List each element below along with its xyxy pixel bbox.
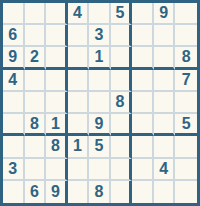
cell-r2c5[interactable]: 3 — [89, 25, 111, 47]
cell-r5c5[interactable] — [89, 92, 111, 114]
cell-r5c7[interactable] — [132, 92, 154, 114]
cell-r6c1[interactable] — [3, 114, 25, 136]
cell-r7c3[interactable]: 8 — [46, 136, 68, 158]
cell-r2c9[interactable] — [175, 25, 197, 47]
cell-r9c9[interactable] — [175, 181, 197, 203]
cell-r3c7[interactable] — [132, 47, 154, 69]
cell-r9c8[interactable] — [154, 181, 176, 203]
cell-r5c3[interactable] — [46, 92, 68, 114]
cell-r1c3[interactable] — [46, 3, 68, 25]
cell-r2c3[interactable] — [46, 25, 68, 47]
cell-r4c8[interactable] — [154, 70, 176, 92]
cell-r1c8[interactable]: 9 — [154, 3, 176, 25]
cell-r1c1[interactable] — [3, 3, 25, 25]
cell-r7c7[interactable] — [132, 136, 154, 158]
cell-r4c7[interactable] — [132, 70, 154, 92]
cell-r1c4[interactable]: 4 — [68, 3, 90, 25]
cell-r6c7[interactable] — [132, 114, 154, 136]
cell-r8c2[interactable] — [25, 159, 47, 181]
cell-r6c4[interactable] — [68, 114, 90, 136]
cell-r5c8[interactable] — [154, 92, 176, 114]
cell-r2c6[interactable] — [111, 25, 133, 47]
cell-r6c5[interactable]: 9 — [89, 114, 111, 136]
cell-r8c4[interactable] — [68, 159, 90, 181]
cell-r5c4[interactable] — [68, 92, 90, 114]
cell-r8c6[interactable] — [111, 159, 133, 181]
cell-r5c1[interactable] — [3, 92, 25, 114]
cell-r4c9[interactable]: 7 — [175, 70, 197, 92]
cell-r7c5[interactable]: 5 — [89, 136, 111, 158]
cell-r7c9[interactable] — [175, 136, 197, 158]
cell-r3c3[interactable] — [46, 47, 68, 69]
cell-r8c9[interactable] — [175, 159, 197, 181]
cell-r6c8[interactable] — [154, 114, 176, 136]
cell-r8c5[interactable] — [89, 159, 111, 181]
cell-r4c4[interactable] — [68, 70, 90, 92]
cell-r8c3[interactable] — [46, 159, 68, 181]
cell-r3c8[interactable] — [154, 47, 176, 69]
cell-r3c6[interactable] — [111, 47, 133, 69]
cell-r7c2[interactable] — [25, 136, 47, 158]
cell-r1c7[interactable] — [132, 3, 154, 25]
cell-r2c8[interactable] — [154, 25, 176, 47]
cell-r4c2[interactable] — [25, 70, 47, 92]
cell-r9c2[interactable]: 6 — [25, 181, 47, 203]
cell-r4c5[interactable] — [89, 70, 111, 92]
cell-r7c1[interactable] — [3, 136, 25, 158]
cell-r4c6[interactable] — [111, 70, 133, 92]
cell-r5c2[interactable] — [25, 92, 47, 114]
cell-r7c4[interactable]: 1 — [68, 136, 90, 158]
cell-r3c4[interactable] — [68, 47, 90, 69]
cell-r3c9[interactable]: 8 — [175, 47, 197, 69]
cell-r9c4[interactable] — [68, 181, 90, 203]
cell-r4c1[interactable]: 4 — [3, 70, 25, 92]
cell-r7c8[interactable] — [154, 136, 176, 158]
cell-r3c1[interactable]: 9 — [3, 47, 25, 69]
sudoku-board: 459639218478819581534698 — [0, 0, 200, 206]
cell-r4c3[interactable] — [46, 70, 68, 92]
cell-r6c2[interactable]: 8 — [25, 114, 47, 136]
cell-r1c2[interactable] — [25, 3, 47, 25]
cell-r3c5[interactable]: 1 — [89, 47, 111, 69]
cell-r2c2[interactable] — [25, 25, 47, 47]
cell-r9c1[interactable] — [3, 181, 25, 203]
cell-r1c5[interactable] — [89, 3, 111, 25]
cell-r6c9[interactable]: 5 — [175, 114, 197, 136]
cell-r2c4[interactable] — [68, 25, 90, 47]
cell-r6c6[interactable] — [111, 114, 133, 136]
cell-r2c1[interactable]: 6 — [3, 25, 25, 47]
cell-r5c6[interactable]: 8 — [111, 92, 133, 114]
cell-r2c7[interactable] — [132, 25, 154, 47]
cell-r7c6[interactable] — [111, 136, 133, 158]
cell-r1c6[interactable]: 5 — [111, 3, 133, 25]
cell-r9c6[interactable] — [111, 181, 133, 203]
cell-r9c3[interactable]: 9 — [46, 181, 68, 203]
cell-r3c2[interactable]: 2 — [25, 47, 47, 69]
cell-r5c9[interactable] — [175, 92, 197, 114]
cell-r9c5[interactable]: 8 — [89, 181, 111, 203]
cell-r8c7[interactable] — [132, 159, 154, 181]
cell-r6c3[interactable]: 1 — [46, 114, 68, 136]
cell-r9c7[interactable] — [132, 181, 154, 203]
cell-r1c9[interactable] — [175, 3, 197, 25]
cell-r8c1[interactable]: 3 — [3, 159, 25, 181]
cell-r8c8[interactable]: 4 — [154, 159, 176, 181]
